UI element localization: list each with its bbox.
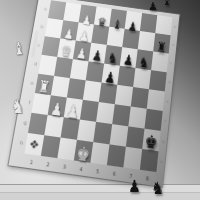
- square-e8: [147, 89, 165, 111]
- table-edge-seam-lower: [0, 192, 200, 200]
- white-pawn-f3: ♟: [66, 103, 81, 122]
- black-pawn-a6: ♟: [128, 19, 139, 32]
- black-pawn-d5: ♟: [104, 70, 117, 86]
- photo-scene: CAVENDISH abcdefgh abcdefgh 12345678 ♟♛♝…: [0, 0, 200, 200]
- white-pawn-a3: ♟: [81, 13, 92, 26]
- rank-label-2: 2: [39, 157, 57, 171]
- white-king-h4: ♚: [75, 144, 91, 165]
- black-pawn-c4: ♟: [91, 50, 103, 65]
- compass-logo-icon: ❖: [24, 133, 44, 156]
- white-queen-c2: ♛: [60, 45, 72, 60]
- board-grid: ♟♛♝♟♟♟♜♛♟♟♞♟♞♟♜♟♟♚❖♚: [24, 0, 172, 172]
- captured-black-pawn: ♟: [148, 1, 158, 12]
- black-knight-c7: ♞: [138, 56, 150, 71]
- captured-black-bishop: ♝: [162, 0, 172, 7]
- square-g8: ♚: [142, 129, 160, 152]
- captured-black-knight: ♞: [151, 180, 164, 197]
- chess-board: CAVENDISH abcdefgh abcdefgh 12345678 ♟♛♝…: [8, 0, 179, 187]
- rank-label-5: 5: [89, 164, 107, 178]
- captured-black-pawn: ♟: [128, 178, 141, 195]
- rank-label-6: 6: [105, 166, 123, 180]
- white-pawn-f2: ♟: [49, 100, 64, 119]
- black-knight-c5: ♞: [107, 52, 119, 67]
- white-pawn-b2: ♟: [63, 28, 75, 42]
- captured-white-knight: ♞: [11, 98, 24, 117]
- black-king-g8: ♚: [144, 133, 159, 153]
- white-pawn-b3: ♟: [78, 30, 90, 44]
- black-pawn-c6: ♟: [122, 54, 134, 69]
- black-queen-a4: ♛: [97, 15, 108, 28]
- square-b8: ♜: [153, 33, 170, 53]
- black-rook-b8: ♜: [156, 41, 167, 55]
- square-f8: [144, 109, 162, 131]
- black-bishop-a5: ♝: [112, 17, 123, 30]
- square-h1: ❖: [24, 133, 44, 156]
- square-a8: [155, 15, 172, 35]
- captured-white-bishop: ♝: [12, 39, 25, 57]
- square-d8: [149, 70, 167, 91]
- rank-label-3: 3: [55, 159, 73, 173]
- white-pawn-c3: ♟: [75, 48, 87, 63]
- rank-label-1: 1: [22, 155, 41, 169]
